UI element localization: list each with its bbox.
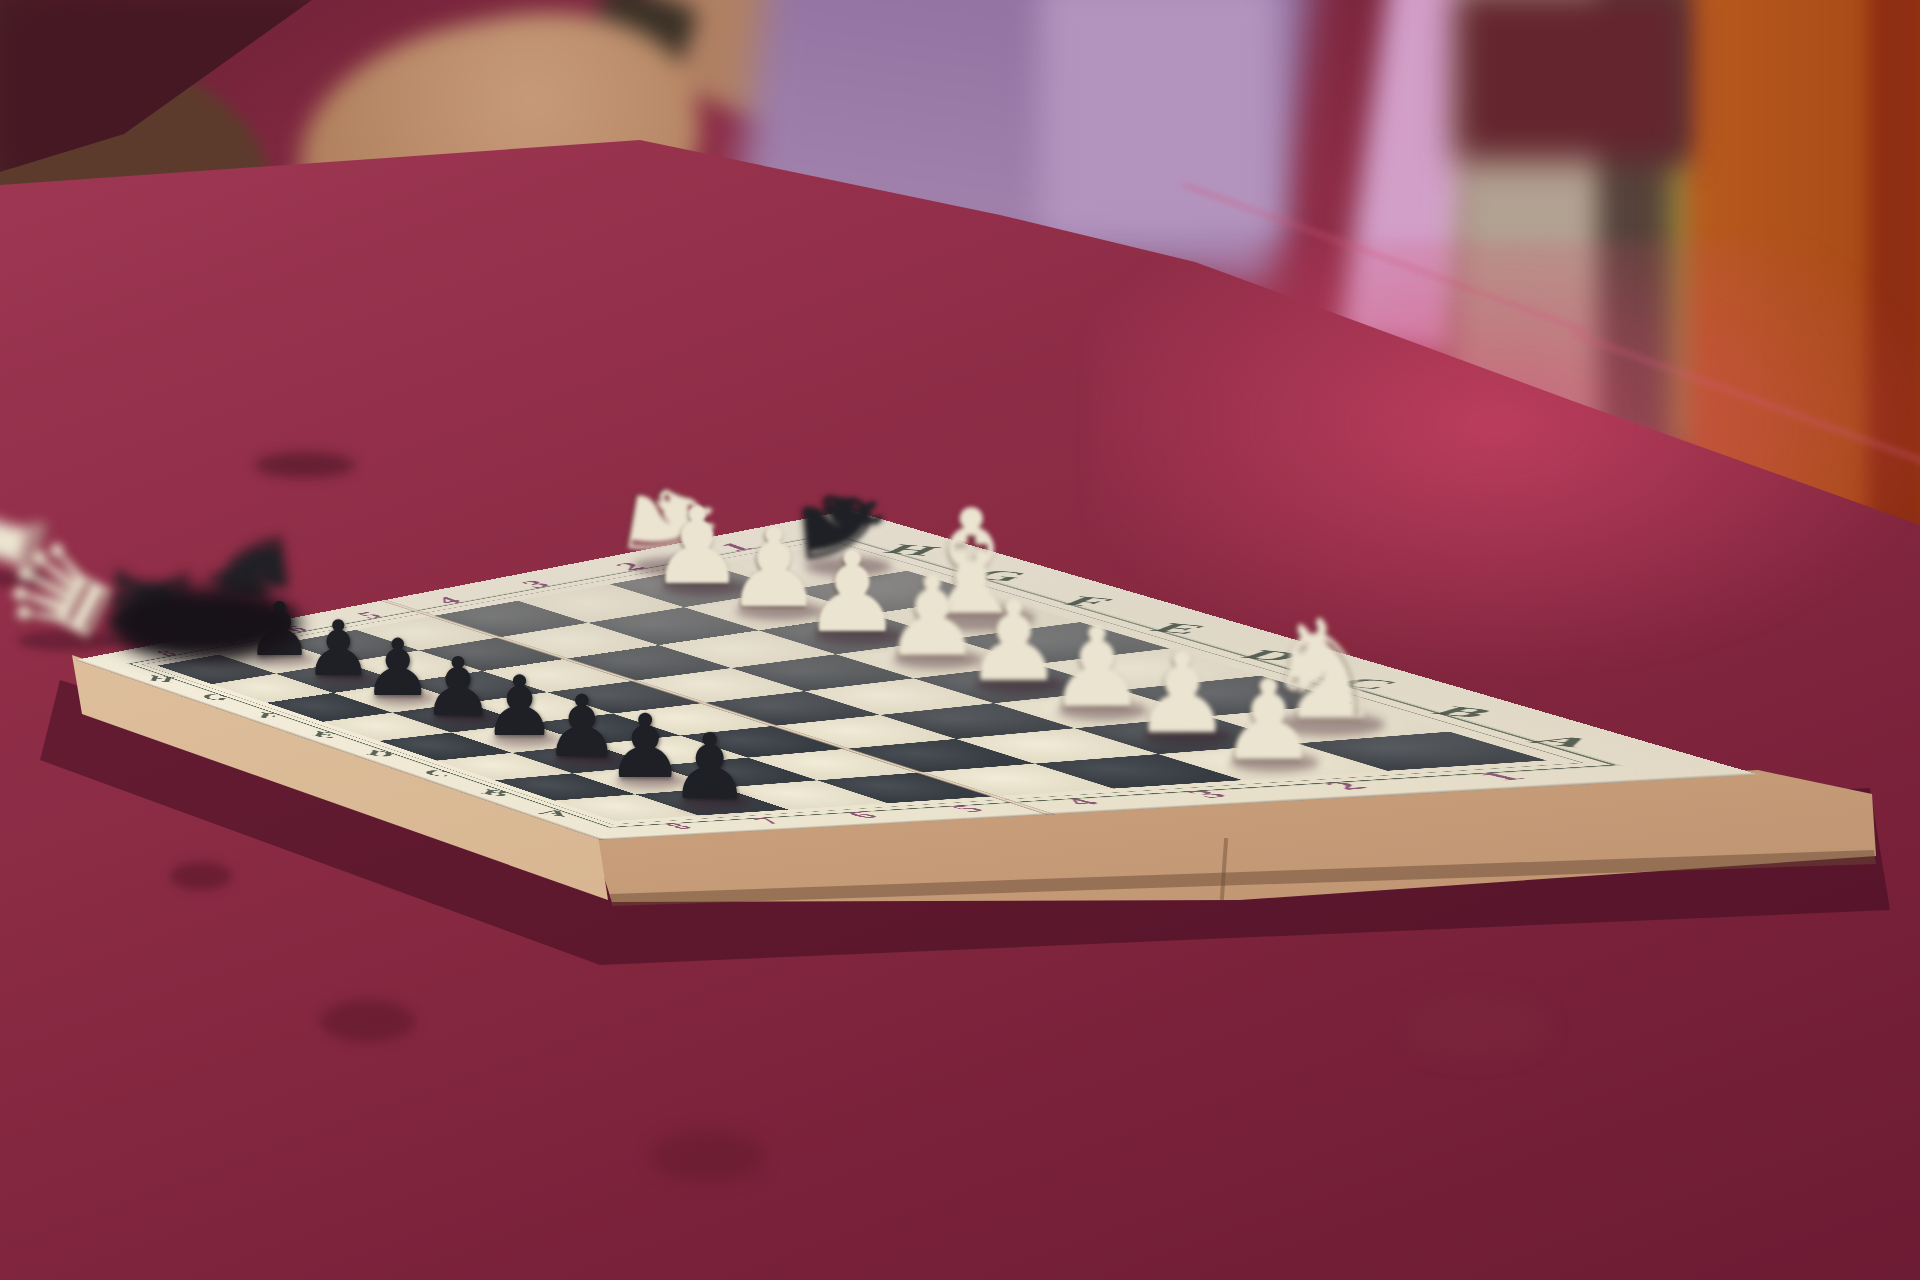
fallen-pieces-heap-shadow [110,588,300,662]
finger-shadow [255,452,355,478]
piece-white-pawn-b2: ♟ [1132,637,1232,749]
piece-white-pawn-a2: ♟ [1218,664,1318,776]
photo-scene: HHGGFFEEDDCCBBAA8877665544332211 ♟♟♟♟♟♟♟… [0,0,1920,1280]
piece-black-pawn-a7: ♟ [669,722,750,813]
